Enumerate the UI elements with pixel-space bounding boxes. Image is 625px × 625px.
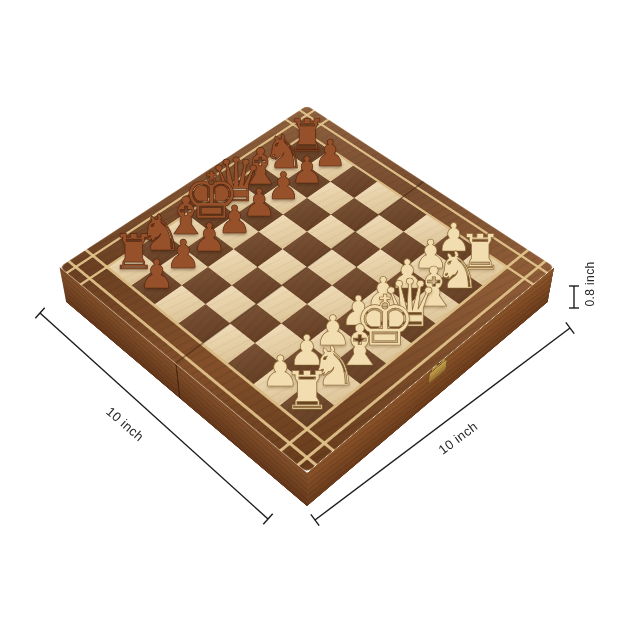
- board-square: [358, 285, 409, 323]
- inlay-line: [297, 260, 547, 466]
- board-square: [282, 267, 332, 304]
- inlay-line: [67, 260, 317, 466]
- board-square: [179, 304, 230, 343]
- product-photo-canvas: ♜♟♟♜♞♟♟♞♝♟♟♝♛♟♟♛♚♟♟♚♝♟♟♝♞♟♟♞♜♟♟♜ 10 inch…: [0, 0, 625, 625]
- board-square: [132, 267, 182, 304]
- board-square: [155, 285, 206, 323]
- board-square: [203, 323, 255, 363]
- board-square: [307, 285, 358, 323]
- board-square: [359, 323, 411, 363]
- board-top-face: [60, 105, 555, 472]
- thickness-dimension-label: 0.8 inch: [583, 261, 597, 306]
- board-square: [432, 267, 482, 304]
- board-square: [206, 285, 257, 323]
- board-square: [333, 343, 386, 384]
- board-square: [255, 323, 307, 363]
- board-square: [307, 323, 359, 363]
- board-square: [408, 285, 459, 323]
- fold-seam-side: [175, 364, 180, 399]
- board-square: [281, 343, 334, 384]
- board-square: [382, 267, 432, 304]
- board-square: [230, 304, 281, 343]
- board-square: [182, 267, 232, 304]
- board-square: [232, 267, 282, 304]
- board-square: [333, 304, 384, 343]
- board-square: [228, 343, 281, 384]
- chess-box-scene: [132, 92, 482, 442]
- board-square: [256, 285, 307, 323]
- board-square: [281, 304, 332, 343]
- chess-box: [60, 105, 555, 472]
- board-square: [254, 363, 307, 405]
- board-square: [384, 304, 435, 343]
- board-square: [332, 267, 382, 304]
- board-square: [280, 384, 334, 427]
- board-square: [307, 363, 360, 405]
